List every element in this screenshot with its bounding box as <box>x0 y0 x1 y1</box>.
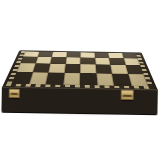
brass-clasp-left-icon <box>9 89 20 98</box>
board-square <box>48 64 65 73</box>
board-squares <box>12 51 149 86</box>
board-square <box>80 73 97 85</box>
case-front-panel <box>1 87 157 116</box>
brass-clasp-right-icon <box>121 90 134 100</box>
board-square <box>64 64 80 73</box>
board-square <box>80 64 96 73</box>
board-square <box>125 65 143 74</box>
board-square <box>63 73 80 85</box>
board-square <box>46 73 65 85</box>
photo-stage <box>0 0 160 160</box>
board-square <box>95 64 112 73</box>
chess-box <box>0 0 160 160</box>
board-lid-top <box>2 50 158 90</box>
